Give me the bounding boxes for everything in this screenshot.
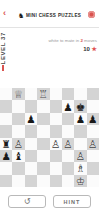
square-d5[interactable]: [37, 125, 49, 137]
app-title: ♞ MINI CHESS PUZZLES: [18, 12, 82, 19]
square-a3[interactable]: ♟: [0, 150, 12, 162]
square-c4[interactable]: [25, 138, 37, 150]
header: ‹ ♞ MINI CHESS PUZZLES: [0, 0, 99, 28]
square-f2[interactable]: [62, 162, 74, 174]
knight-icon: ♞: [18, 12, 24, 19]
square-h4[interactable]: ♙: [87, 138, 99, 150]
undo-icon: ↺: [24, 198, 31, 206]
star-icon: ★: [92, 46, 97, 52]
square-e7[interactable]: [50, 100, 62, 112]
square-a7[interactable]: [0, 100, 12, 112]
square-a1[interactable]: [0, 175, 12, 187]
square-f6[interactable]: [62, 113, 74, 125]
level-label: LEVEL 37: [0, 32, 6, 64]
square-c2[interactable]: [25, 162, 37, 174]
square-g3[interactable]: ♙: [74, 150, 86, 162]
reward: 10 ★: [48, 45, 97, 52]
square-c1[interactable]: [25, 175, 37, 187]
app: ‹ ♞ MINI CHESS PUZZLES LEVEL 37 white to…: [0, 0, 99, 215]
square-d4[interactable]: [37, 138, 49, 150]
level-indicator: LEVEL 37: [0, 32, 6, 80]
square-g1[interactable]: ♔: [74, 175, 86, 187]
square-g5[interactable]: [74, 125, 86, 137]
footer: ↺ HINT: [0, 195, 99, 208]
square-d6[interactable]: [37, 113, 49, 125]
square-d8[interactable]: ♖: [37, 88, 49, 100]
square-g2[interactable]: ♗: [74, 162, 86, 174]
puzzle-info: white to mate in 2 moves 10 ★: [48, 38, 97, 52]
square-a8[interactable]: [0, 88, 12, 100]
square-d7[interactable]: [37, 100, 49, 112]
square-b7[interactable]: [12, 100, 24, 112]
square-f3[interactable]: [62, 150, 74, 162]
square-h2[interactable]: [87, 162, 99, 174]
app-title-text: MINI CHESS PUZZLES: [26, 13, 81, 18]
square-c3[interactable]: [25, 150, 37, 162]
square-e8[interactable]: [50, 88, 62, 100]
square-e6[interactable]: [50, 113, 62, 125]
square-c7[interactable]: [25, 100, 37, 112]
square-f1[interactable]: [62, 175, 74, 187]
square-d1[interactable]: [37, 175, 49, 187]
level-accent-tick: [2, 65, 5, 71]
reward-value: 10: [83, 46, 90, 52]
square-h8[interactable]: [87, 88, 99, 100]
square-g8[interactable]: [74, 88, 86, 100]
square-h5[interactable]: [87, 125, 99, 137]
square-g4[interactable]: [74, 138, 86, 150]
square-h6[interactable]: ♟: [87, 113, 99, 125]
square-e3[interactable]: [50, 150, 62, 162]
square-a6[interactable]: [0, 113, 12, 125]
square-h3[interactable]: [87, 150, 99, 162]
square-a5[interactable]: [0, 125, 12, 137]
hint-button-label: HINT: [64, 199, 81, 205]
square-g6[interactable]: ♟: [74, 113, 86, 125]
square-f4[interactable]: ♙: [62, 138, 74, 150]
square-c6[interactable]: ♟: [25, 113, 37, 125]
hint-button[interactable]: HINT: [53, 195, 91, 208]
back-chevron-icon[interactable]: ‹: [3, 9, 6, 18]
board: ♕♖♟♚♟♟♟♜♙♙♙♙♟♝♙♗♔: [0, 88, 99, 187]
square-e1[interactable]: [50, 175, 62, 187]
square-c5[interactable]: [25, 125, 37, 137]
sound-icon[interactable]: [88, 11, 95, 18]
square-d2[interactable]: [37, 162, 49, 174]
square-b1[interactable]: [12, 175, 24, 187]
square-h1[interactable]: [87, 175, 99, 187]
square-f5[interactable]: [62, 125, 74, 137]
square-b8[interactable]: ♕: [12, 88, 24, 100]
square-a2[interactable]: [0, 162, 12, 174]
square-h7[interactable]: [87, 100, 99, 112]
undo-button[interactable]: ↺: [8, 195, 46, 208]
square-f7[interactable]: ♟: [62, 100, 74, 112]
square-b6[interactable]: [12, 113, 24, 125]
puzzle-instruction: white to mate in 2 moves: [48, 38, 97, 43]
square-b3[interactable]: ♝: [12, 150, 24, 162]
square-f8[interactable]: [62, 88, 74, 100]
square-b2[interactable]: [12, 162, 24, 174]
square-e2[interactable]: [50, 162, 62, 174]
square-e5[interactable]: [50, 125, 62, 137]
square-c8[interactable]: [25, 88, 37, 100]
square-a4[interactable]: ♜: [0, 138, 12, 150]
square-d3[interactable]: [37, 150, 49, 162]
square-g7[interactable]: ♚: [74, 100, 86, 112]
square-e4[interactable]: ♙: [50, 138, 62, 150]
square-b4[interactable]: ♙: [12, 138, 24, 150]
square-b5[interactable]: [12, 125, 24, 137]
